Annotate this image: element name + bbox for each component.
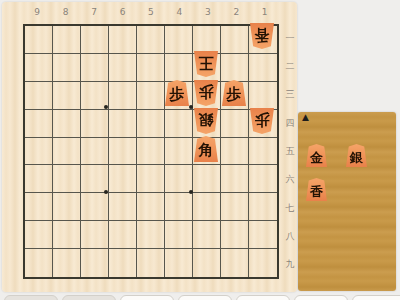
board-square[interactable] xyxy=(25,193,53,221)
board-square[interactable] xyxy=(53,249,81,277)
hand-piece-銀[interactable]: 銀 xyxy=(346,144,367,167)
rank-label: 一 xyxy=(282,24,298,52)
file-label: 5 xyxy=(137,7,165,20)
board-square[interactable] xyxy=(137,26,165,54)
board-square[interactable] xyxy=(53,138,81,166)
board-square[interactable] xyxy=(25,110,53,138)
file-label: 6 xyxy=(108,7,136,20)
board-square[interactable] xyxy=(109,26,137,54)
board-square[interactable] xyxy=(221,165,249,193)
sente-to-move-marker: ▲ xyxy=(302,112,309,122)
shogi-piece-歩[interactable]: 歩 xyxy=(222,80,246,106)
board-square[interactable] xyxy=(249,249,277,277)
board-square[interactable] xyxy=(109,193,137,221)
board-square[interactable] xyxy=(193,221,221,249)
board-square[interactable] xyxy=(81,193,109,221)
board-square[interactable] xyxy=(137,138,165,166)
file-label: 4 xyxy=(165,7,193,20)
board-square[interactable] xyxy=(137,54,165,82)
rank-label: 九 xyxy=(282,251,298,279)
board-square[interactable] xyxy=(109,54,137,82)
board-square[interactable] xyxy=(165,54,193,82)
board-square[interactable] xyxy=(165,193,193,221)
board-square[interactable] xyxy=(165,221,193,249)
board-square[interactable] xyxy=(165,110,193,138)
rank-labels: 一二三四五六七八九 xyxy=(282,24,298,279)
hand-piece-香[interactable]: 香 xyxy=(306,178,327,201)
board-square[interactable] xyxy=(221,54,249,82)
board-square[interactable] xyxy=(193,249,221,277)
board-square[interactable] xyxy=(221,249,249,277)
file-label: 7 xyxy=(80,7,108,20)
board-square[interactable] xyxy=(53,221,81,249)
board-square[interactable] xyxy=(53,54,81,82)
toolbar-button[interactable] xyxy=(120,295,174,300)
board-square[interactable] xyxy=(109,249,137,277)
toolbar-button[interactable] xyxy=(62,295,116,300)
board-square[interactable] xyxy=(137,82,165,110)
board-square[interactable] xyxy=(249,165,277,193)
star-point xyxy=(189,190,193,194)
shogi-piece-歩[interactable]: 歩 xyxy=(194,80,218,106)
board-square[interactable] xyxy=(25,138,53,166)
board-square[interactable] xyxy=(109,138,137,166)
board-square[interactable] xyxy=(109,165,137,193)
board-square[interactable] xyxy=(109,110,137,138)
file-label: 9 xyxy=(23,7,51,20)
board-square[interactable] xyxy=(137,165,165,193)
board-square[interactable] xyxy=(137,193,165,221)
board-square[interactable] xyxy=(193,193,221,221)
board-square[interactable] xyxy=(81,221,109,249)
rank-label: 七 xyxy=(282,194,298,222)
rank-label: 六 xyxy=(282,166,298,194)
file-label: 2 xyxy=(222,7,250,20)
board-square[interactable] xyxy=(25,221,53,249)
board-square[interactable] xyxy=(165,249,193,277)
board-square[interactable] xyxy=(53,165,81,193)
board-square[interactable] xyxy=(221,193,249,221)
board-square[interactable] xyxy=(249,82,277,110)
toolbar-button[interactable] xyxy=(294,295,348,300)
file-labels: 987654321 xyxy=(23,7,279,20)
board-square[interactable] xyxy=(53,193,81,221)
board-square[interactable] xyxy=(221,138,249,166)
rank-label: 四 xyxy=(282,109,298,137)
board-square[interactable] xyxy=(25,54,53,82)
hand-piece-金[interactable]: 金 xyxy=(306,144,327,167)
file-label: 8 xyxy=(51,7,79,20)
board-square[interactable] xyxy=(81,249,109,277)
board-square[interactable] xyxy=(53,82,81,110)
piece-stand xyxy=(298,112,396,291)
board-square[interactable] xyxy=(109,82,137,110)
toolbar-button[interactable] xyxy=(352,295,400,300)
board-square[interactable] xyxy=(53,26,81,54)
board-square[interactable] xyxy=(221,110,249,138)
board-square[interactable] xyxy=(221,26,249,54)
board-square[interactable] xyxy=(25,165,53,193)
board-square[interactable] xyxy=(137,110,165,138)
board-square[interactable] xyxy=(81,138,109,166)
shogi-piece-角[interactable]: 角 xyxy=(194,136,218,162)
board-square[interactable] xyxy=(25,26,53,54)
board-square[interactable] xyxy=(81,26,109,54)
shogi-piece-歩[interactable]: 歩 xyxy=(165,80,189,106)
board-square[interactable] xyxy=(249,138,277,166)
star-point xyxy=(189,105,193,109)
board-square[interactable] xyxy=(165,26,193,54)
star-point xyxy=(104,190,108,194)
rank-label: 二 xyxy=(282,52,298,80)
board-square[interactable] xyxy=(137,249,165,277)
shogi-piece-歩[interactable]: 歩 xyxy=(250,108,274,134)
board-square[interactable] xyxy=(81,110,109,138)
board-square[interactable] xyxy=(53,110,81,138)
board-square[interactable] xyxy=(165,138,193,166)
star-point xyxy=(104,105,108,109)
board-square[interactable] xyxy=(81,54,109,82)
toolbar-button[interactable] xyxy=(236,295,290,300)
board-square[interactable] xyxy=(249,54,277,82)
board-square[interactable] xyxy=(109,221,137,249)
board-square[interactable] xyxy=(249,193,277,221)
board-square[interactable] xyxy=(137,221,165,249)
rank-label: 三 xyxy=(282,81,298,109)
shogi-piece-銀[interactable]: 銀 xyxy=(194,108,218,134)
toolbar-button[interactable] xyxy=(178,295,232,300)
board-square[interactable] xyxy=(165,165,193,193)
board-square[interactable] xyxy=(221,221,249,249)
rank-label: 五 xyxy=(282,137,298,165)
toolbar-button[interactable] xyxy=(4,295,58,300)
board-square[interactable] xyxy=(249,221,277,249)
file-label: 1 xyxy=(251,7,279,20)
shogi-board-panel: 987654321 一二三四五六七八九 xyxy=(2,2,297,292)
file-label: 3 xyxy=(194,7,222,20)
board-square[interactable] xyxy=(193,165,221,193)
rank-label: 八 xyxy=(282,222,298,250)
shogi-piece-香[interactable]: 香 xyxy=(250,23,274,49)
shogi-board-grid[interactable] xyxy=(23,24,279,279)
board-square[interactable] xyxy=(25,82,53,110)
board-square[interactable] xyxy=(193,26,221,54)
shogi-piece-王[interactable]: 王 xyxy=(194,51,218,77)
board-square[interactable] xyxy=(25,249,53,277)
